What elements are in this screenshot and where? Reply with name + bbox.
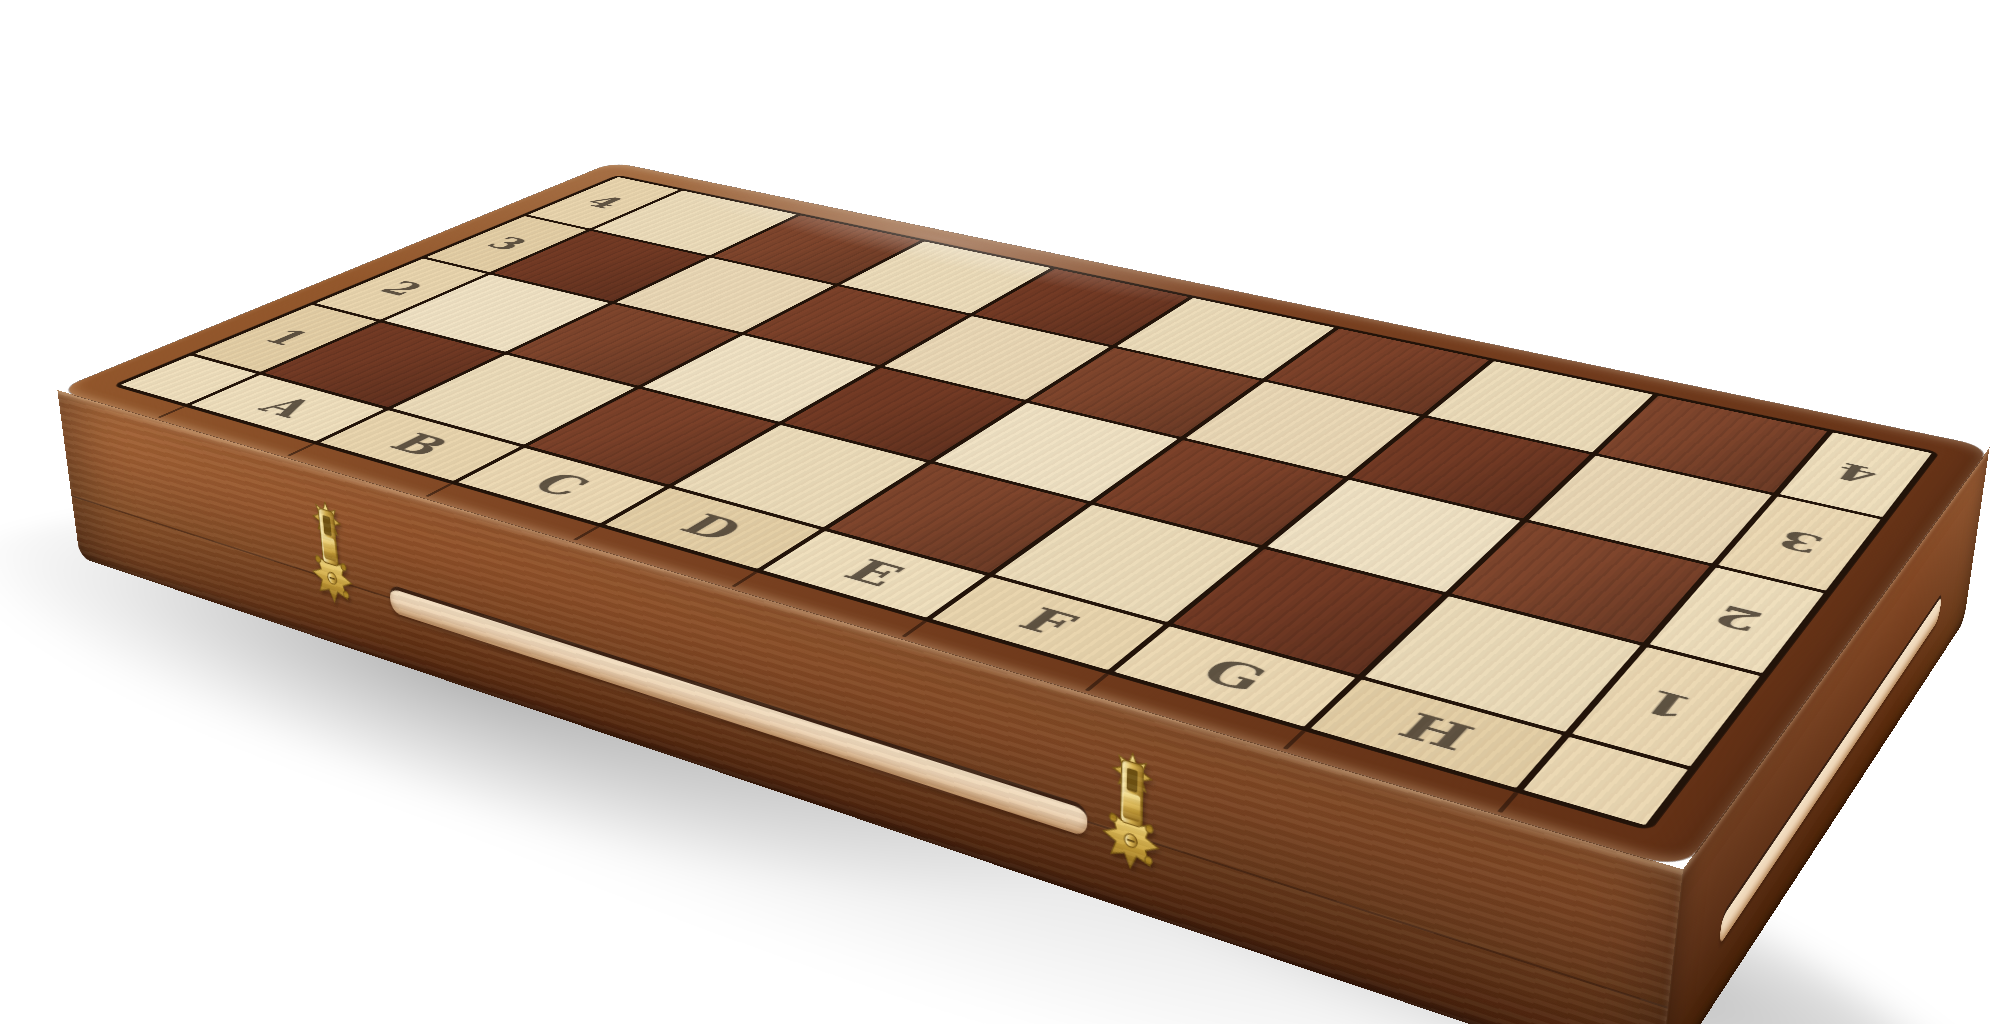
- rank-label: 4: [579, 194, 630, 211]
- board-square: [995, 505, 1259, 622]
- board-square: [1352, 417, 1590, 518]
- rank-label: 1: [257, 326, 318, 348]
- brass-latch-icon: [300, 487, 359, 621]
- corner-cell: [1523, 737, 1688, 825]
- brass-latch-icon: [1097, 734, 1168, 892]
- rank-label: 2: [1707, 601, 1768, 636]
- product-photo-scene: 44332211ABCDEFGH: [0, 0, 2003, 1024]
- file-label-cell: F: [932, 577, 1164, 670]
- file-label: A: [251, 393, 324, 421]
- file-label-cell: E: [763, 531, 986, 618]
- rank-label: 1: [1635, 685, 1701, 724]
- file-label-cell: C: [458, 448, 665, 524]
- rank-label: 2: [374, 278, 431, 298]
- file-label: H: [1390, 708, 1481, 756]
- file-label-cell: B: [320, 410, 520, 481]
- board-square: [1095, 440, 1343, 545]
- rank-label-cell-right: 3: [1718, 496, 1880, 590]
- rank-label-cell-right: 4: [1780, 432, 1932, 517]
- file-label: F: [1010, 603, 1085, 641]
- rank-label: 3: [481, 234, 535, 252]
- file-label: D: [672, 510, 753, 545]
- rank-label-cell-right: 2: [1649, 567, 1823, 673]
- file-label-cell: D: [605, 488, 820, 569]
- chess-box: 44332211ABCDEFGH: [57, 162, 1989, 869]
- rank-label-cell-right: 1: [1572, 647, 1760, 766]
- board-square: [674, 425, 927, 527]
- rank-label: 4: [1830, 460, 1884, 488]
- file-label: B: [381, 430, 458, 460]
- file-label: C: [523, 469, 599, 501]
- rank-label: 3: [1772, 526, 1829, 557]
- board-square: [1267, 480, 1520, 592]
- board-square: [1451, 522, 1709, 643]
- board-square: [1529, 456, 1772, 564]
- file-label: G: [1192, 654, 1276, 697]
- board-square: [829, 464, 1087, 573]
- file-label: E: [836, 555, 913, 591]
- board-square: [1173, 549, 1443, 675]
- board-square: [1365, 596, 1641, 732]
